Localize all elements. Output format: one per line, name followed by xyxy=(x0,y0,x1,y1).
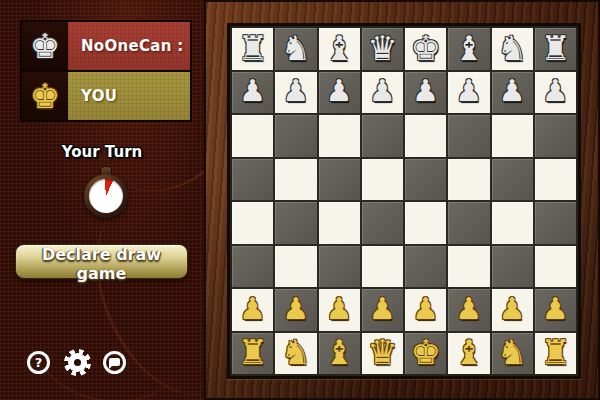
square-b7[interactable]: ♟ xyxy=(275,72,316,114)
square-a7[interactable]: ♟ xyxy=(232,72,273,114)
square-g8[interactable]: ♞ xyxy=(492,28,533,70)
square-f5[interactable] xyxy=(448,159,489,201)
square-g5[interactable] xyxy=(492,159,533,201)
silver-rook[interactable]: ♜ xyxy=(540,31,570,65)
square-h4[interactable] xyxy=(535,202,576,244)
square-b4[interactable] xyxy=(275,202,316,244)
square-c8[interactable]: ♝ xyxy=(319,28,360,70)
square-c1[interactable]: ♝ xyxy=(319,333,360,375)
gold-pawn[interactable]: ♟ xyxy=(499,294,526,324)
gold-bishop[interactable]: ♝ xyxy=(324,335,354,369)
square-b2[interactable]: ♟ xyxy=(275,289,316,331)
chess-board-frame: ♜♞♝♛♚♝♞♜♟♟♟♟♟♟♟♟♟♟♟♟♟♟♟♟♜♞♝♛♚♝♞♜ xyxy=(204,0,600,400)
player-row-you: ♚ YOU xyxy=(22,70,190,120)
square-g1[interactable]: ♞ xyxy=(492,333,533,375)
gold-knight[interactable]: ♞ xyxy=(497,335,527,369)
timer-face xyxy=(89,179,123,213)
sidebar: ♚ NoOneCan : ♚ YOU Your Turn Declare dra… xyxy=(0,0,204,400)
square-a5[interactable] xyxy=(232,159,273,201)
silver-pawn[interactable]: ♟ xyxy=(282,76,309,106)
silver-knight[interactable]: ♞ xyxy=(497,31,527,65)
square-g7[interactable]: ♟ xyxy=(492,72,533,114)
square-f6[interactable] xyxy=(448,115,489,157)
square-c4[interactable] xyxy=(319,202,360,244)
square-b6[interactable] xyxy=(275,115,316,157)
square-f3[interactable] xyxy=(448,246,489,288)
gold-pawn[interactable]: ♟ xyxy=(369,294,396,324)
player-panel: ♚ NoOneCan : ♚ YOU xyxy=(20,20,192,122)
silver-king-icon: ♚ xyxy=(30,29,60,63)
gold-queen[interactable]: ♛ xyxy=(367,335,397,369)
silver-pawn[interactable]: ♟ xyxy=(369,76,396,106)
square-f7[interactable]: ♟ xyxy=(448,72,489,114)
chat-icon[interactable] xyxy=(103,351,126,374)
declare-draw-button[interactable]: Declare draw game xyxy=(15,244,188,279)
square-c5[interactable] xyxy=(319,159,360,201)
square-c3[interactable] xyxy=(319,246,360,288)
square-d5[interactable] xyxy=(362,159,403,201)
square-d4[interactable] xyxy=(362,202,403,244)
square-g4[interactable] xyxy=(492,202,533,244)
gold-king-icon: ♚ xyxy=(30,79,60,113)
square-b5[interactable] xyxy=(275,159,316,201)
square-e6[interactable] xyxy=(405,115,446,157)
square-a3[interactable] xyxy=(232,246,273,288)
turn-timer-icon xyxy=(84,166,128,222)
gold-bishop[interactable]: ♝ xyxy=(454,335,484,369)
square-d2[interactable]: ♟ xyxy=(362,289,403,331)
square-d7[interactable]: ♟ xyxy=(362,72,403,114)
square-f2[interactable]: ♟ xyxy=(448,289,489,331)
square-d6[interactable] xyxy=(362,115,403,157)
gold-pawn[interactable]: ♟ xyxy=(412,294,439,324)
square-a1[interactable]: ♜ xyxy=(232,333,273,375)
square-a8[interactable]: ♜ xyxy=(232,28,273,70)
gold-pawn[interactable]: ♟ xyxy=(282,294,309,324)
square-h8[interactable]: ♜ xyxy=(535,28,576,70)
square-h2[interactable]: ♟ xyxy=(535,289,576,331)
silver-pawn[interactable]: ♟ xyxy=(542,76,569,106)
silver-king[interactable]: ♚ xyxy=(410,31,440,65)
square-e2[interactable]: ♟ xyxy=(405,289,446,331)
square-e8[interactable]: ♚ xyxy=(405,28,446,70)
you-name: YOU xyxy=(68,72,190,120)
gold-knight[interactable]: ♞ xyxy=(281,335,311,369)
silver-pawn[interactable]: ♟ xyxy=(499,76,526,106)
square-e5[interactable] xyxy=(405,159,446,201)
settings-gear-icon[interactable] xyxy=(64,349,91,376)
square-h1[interactable]: ♜ xyxy=(535,333,576,375)
square-f1[interactable]: ♝ xyxy=(448,333,489,375)
square-h7[interactable]: ♟ xyxy=(535,72,576,114)
square-f8[interactable]: ♝ xyxy=(448,28,489,70)
square-d1[interactable]: ♛ xyxy=(362,333,403,375)
square-h6[interactable] xyxy=(535,115,576,157)
square-b8[interactable]: ♞ xyxy=(275,28,316,70)
gold-pawn[interactable]: ♟ xyxy=(239,294,266,324)
silver-bishop[interactable]: ♝ xyxy=(324,31,354,65)
square-g2[interactable]: ♟ xyxy=(492,289,533,331)
silver-pawn[interactable]: ♟ xyxy=(455,76,482,106)
gold-pawn[interactable]: ♟ xyxy=(326,294,353,324)
silver-queen[interactable]: ♛ xyxy=(367,31,397,65)
silver-bishop[interactable]: ♝ xyxy=(454,31,484,65)
gold-rook[interactable]: ♜ xyxy=(237,335,267,369)
turn-indicator-label: Your Turn xyxy=(0,143,204,161)
opponent-name: NoOneCan : xyxy=(68,22,190,70)
square-d3[interactable] xyxy=(362,246,403,288)
gold-king[interactable]: ♚ xyxy=(410,335,440,369)
silver-pawn[interactable]: ♟ xyxy=(412,76,439,106)
silver-knight[interactable]: ♞ xyxy=(281,31,311,65)
square-e3[interactable] xyxy=(405,246,446,288)
square-a2[interactable]: ♟ xyxy=(232,289,273,331)
square-e7[interactable]: ♟ xyxy=(405,72,446,114)
gold-rook[interactable]: ♜ xyxy=(540,335,570,369)
square-b1[interactable]: ♞ xyxy=(275,333,316,375)
square-h3[interactable] xyxy=(535,246,576,288)
chess-game-app: ♚ NoOneCan : ♚ YOU Your Turn Declare dra… xyxy=(0,0,600,400)
player-row-opponent: ♚ NoOneCan : xyxy=(22,22,190,70)
square-e1[interactable]: ♚ xyxy=(405,333,446,375)
gold-pawn[interactable]: ♟ xyxy=(455,294,482,324)
you-king-icon: ♚ xyxy=(22,72,68,120)
chess-board: ♜♞♝♛♚♝♞♜♟♟♟♟♟♟♟♟♟♟♟♟♟♟♟♟♜♞♝♛♚♝♞♜ xyxy=(227,23,581,379)
square-a6[interactable] xyxy=(232,115,273,157)
silver-pawn[interactable]: ♟ xyxy=(239,76,266,106)
opponent-king-icon: ♚ xyxy=(22,22,68,70)
silver-pawn[interactable]: ♟ xyxy=(326,76,353,106)
gold-pawn[interactable]: ♟ xyxy=(542,294,569,324)
square-e4[interactable] xyxy=(405,202,446,244)
square-c7[interactable]: ♟ xyxy=(319,72,360,114)
square-h5[interactable] xyxy=(535,159,576,201)
square-c6[interactable] xyxy=(319,115,360,157)
square-b3[interactable] xyxy=(275,246,316,288)
square-g3[interactable] xyxy=(492,246,533,288)
square-a4[interactable] xyxy=(232,202,273,244)
square-d8[interactable]: ♛ xyxy=(362,28,403,70)
square-g6[interactable] xyxy=(492,115,533,157)
square-c2[interactable]: ♟ xyxy=(319,289,360,331)
help-icon[interactable]: ? xyxy=(27,351,50,374)
silver-rook[interactable]: ♜ xyxy=(237,31,267,65)
square-f4[interactable] xyxy=(448,202,489,244)
